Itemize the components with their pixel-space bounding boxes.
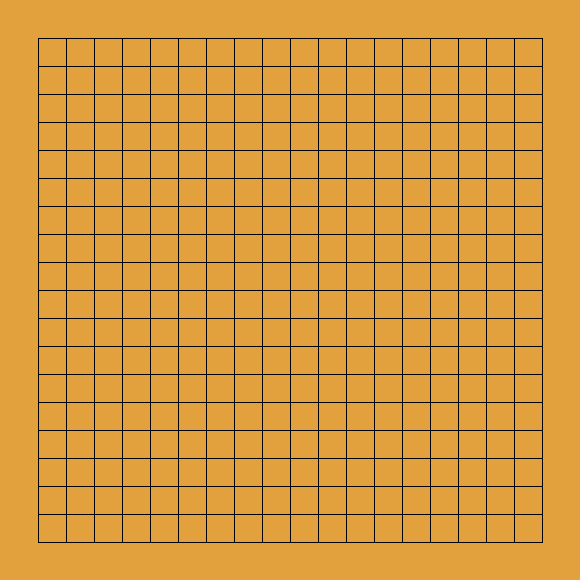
board-grid[interactable] xyxy=(38,38,543,543)
go-board xyxy=(0,0,580,580)
